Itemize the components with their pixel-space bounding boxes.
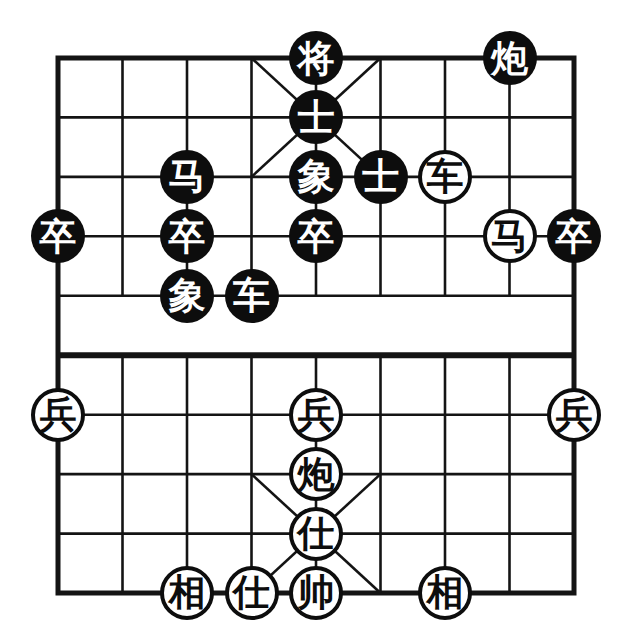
piece-black-soldier-2[interactable]: 卒 <box>160 209 214 263</box>
marker-corner <box>519 158 529 168</box>
piece-red-soldier-2[interactable]: 兵 <box>289 388 343 442</box>
marker-corner <box>104 483 114 493</box>
piece-red-elephant-1[interactable]: 相 <box>160 566 214 620</box>
marker-corner <box>104 186 114 196</box>
piece-red-cannon[interactable]: 炮 <box>289 447 343 501</box>
marker-corner <box>491 455 501 465</box>
point-marker <box>426 217 464 255</box>
xiangqi-board: 将炮士马象士车卒卒卒马卒象车兵兵兵炮仕相仕帅相 <box>0 0 640 640</box>
piece-black-advisor-2[interactable]: 士 <box>354 150 408 204</box>
piece-black-soldier-4[interactable]: 卒 <box>547 209 601 263</box>
marker-corner <box>454 245 464 255</box>
marker-corner <box>454 396 464 406</box>
marker-corner <box>519 483 529 493</box>
piece-red-soldier-1[interactable]: 兵 <box>31 388 85 442</box>
piece-black-horse[interactable]: 马 <box>160 150 214 204</box>
marker-corner <box>426 217 436 227</box>
marker-corner <box>196 396 206 406</box>
marker-corner <box>132 483 142 493</box>
marker-corner <box>132 158 142 168</box>
marker-corner <box>426 396 436 406</box>
marker-corner <box>519 455 529 465</box>
piece-red-advisor-2[interactable]: 仕 <box>225 566 279 620</box>
point-marker <box>426 396 464 434</box>
point-marker <box>168 396 206 434</box>
point-marker <box>104 455 142 493</box>
marker-corner <box>132 186 142 196</box>
piece-red-elephant-2[interactable]: 相 <box>418 566 472 620</box>
marker-corner <box>132 455 142 465</box>
piece-red-chariot[interactable]: 车 <box>418 150 472 204</box>
marker-corner <box>519 186 529 196</box>
marker-corner <box>454 424 464 434</box>
marker-corner <box>196 424 206 434</box>
piece-black-elephant-1[interactable]: 象 <box>289 150 343 204</box>
piece-black-soldier-3[interactable]: 卒 <box>289 209 343 263</box>
piece-red-horse[interactable]: 马 <box>483 209 537 263</box>
point-marker <box>491 158 529 196</box>
piece-black-soldier-1[interactable]: 卒 <box>31 209 85 263</box>
point-marker <box>104 158 142 196</box>
marker-corner <box>168 424 178 434</box>
marker-corner <box>491 158 501 168</box>
piece-red-advisor-1[interactable]: 仕 <box>289 507 343 561</box>
marker-corner <box>168 396 178 406</box>
point-marker <box>491 455 529 493</box>
marker-corner <box>426 424 436 434</box>
marker-corner <box>104 158 114 168</box>
piece-black-chariot[interactable]: 车 <box>225 269 279 323</box>
marker-corner <box>426 245 436 255</box>
piece-red-soldier-3[interactable]: 兵 <box>547 388 601 442</box>
piece-red-general[interactable]: 帅 <box>289 566 343 620</box>
piece-black-elephant-2[interactable]: 象 <box>160 269 214 323</box>
marker-corner <box>454 217 464 227</box>
marker-corner <box>491 186 501 196</box>
piece-black-general[interactable]: 将 <box>289 31 343 85</box>
marker-corner <box>491 483 501 493</box>
piece-black-cannon[interactable]: 炮 <box>483 31 537 85</box>
marker-corner <box>104 455 114 465</box>
